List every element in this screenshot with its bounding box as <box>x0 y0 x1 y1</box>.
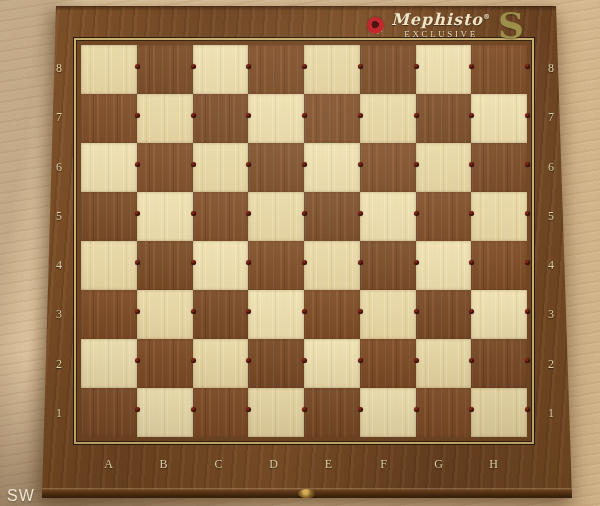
led-dot <box>525 211 530 216</box>
square-c5[interactable] <box>193 192 249 241</box>
led-dot <box>302 358 307 363</box>
led-dot <box>191 113 196 118</box>
square-e7[interactable] <box>304 94 360 143</box>
led-dot <box>525 113 530 118</box>
led-dot <box>302 260 307 265</box>
square-f5[interactable] <box>360 192 416 241</box>
square-c8[interactable] <box>193 45 249 94</box>
rank-label-left-7: 7 <box>44 93 74 142</box>
table-surface: Mephisto® EXCLUSIVE S 87654321 87654321 … <box>0 0 600 506</box>
mephisto-badge-icon <box>367 17 384 34</box>
latch-knob <box>298 489 316 498</box>
square-c7[interactable] <box>193 94 249 143</box>
square-g8[interactable] <box>416 45 472 94</box>
file-label-b: B <box>136 456 191 472</box>
square-h1[interactable] <box>471 388 527 437</box>
led-dot <box>469 64 474 69</box>
led-dot <box>358 64 363 69</box>
square-e2[interactable] <box>304 339 360 388</box>
led-dot <box>246 162 251 167</box>
square-h3[interactable] <box>471 290 527 339</box>
square-e5[interactable] <box>304 192 360 241</box>
led-dot <box>302 211 307 216</box>
led-dot <box>358 211 363 216</box>
led-dot <box>525 358 530 363</box>
led-dot <box>358 260 363 265</box>
rank-label-right-3: 3 <box>536 290 566 339</box>
led-dot <box>358 162 363 167</box>
square-g6[interactable] <box>416 143 472 192</box>
led-dot <box>358 309 363 314</box>
mephisto-logo: Mephisto® EXCLUSIVE S <box>367 10 524 41</box>
square-c6[interactable] <box>193 143 249 192</box>
led-dot <box>135 211 140 216</box>
square-c1[interactable] <box>193 388 249 437</box>
led-dot <box>525 260 530 265</box>
led-dot <box>469 407 474 412</box>
led-dot <box>191 309 196 314</box>
square-a4[interactable] <box>81 241 137 290</box>
square-c4[interactable] <box>193 241 249 290</box>
square-d7[interactable] <box>248 94 304 143</box>
led-dot <box>414 64 419 69</box>
led-dot <box>469 211 474 216</box>
watermark: SW <box>7 487 35 505</box>
square-e1[interactable] <box>304 388 360 437</box>
square-b4[interactable] <box>137 241 193 290</box>
square-c2[interactable] <box>193 339 249 388</box>
square-b6[interactable] <box>137 143 193 192</box>
square-g3[interactable] <box>416 290 472 339</box>
square-h6[interactable] <box>471 143 527 192</box>
square-b7[interactable] <box>137 94 193 143</box>
square-a1[interactable] <box>81 388 137 437</box>
rank-labels-left: 87654321 <box>44 44 74 438</box>
led-dot <box>302 64 307 69</box>
rank-label-left-2: 2 <box>44 340 74 389</box>
rank-label-left-3: 3 <box>44 290 74 339</box>
led-dot <box>191 211 196 216</box>
brand-word: Mephisto <box>391 10 483 29</box>
led-dot <box>414 211 419 216</box>
led-dot <box>469 113 474 118</box>
rank-label-right-7: 7 <box>536 93 566 142</box>
square-a8[interactable] <box>81 45 137 94</box>
led-dot <box>246 113 251 118</box>
board-frame: Mephisto® EXCLUSIVE S 87654321 87654321 … <box>42 6 572 498</box>
square-f6[interactable] <box>360 143 416 192</box>
led-dot <box>414 113 419 118</box>
square-e4[interactable] <box>304 241 360 290</box>
square-a3[interactable] <box>81 290 137 339</box>
led-dot <box>191 162 196 167</box>
square-g5[interactable] <box>416 192 472 241</box>
square-f1[interactable] <box>360 388 416 437</box>
led-dot <box>358 358 363 363</box>
led-dot <box>414 407 419 412</box>
square-b3[interactable] <box>137 290 193 339</box>
square-h7[interactable] <box>471 94 527 143</box>
square-a7[interactable] <box>81 94 137 143</box>
square-f2[interactable] <box>360 339 416 388</box>
series-letter: S <box>498 10 524 41</box>
led-dot <box>191 64 196 69</box>
square-h8[interactable] <box>471 45 527 94</box>
led-dot <box>525 64 530 69</box>
led-dot <box>191 260 196 265</box>
led-dot <box>414 260 419 265</box>
square-g1[interactable] <box>416 388 472 437</box>
led-dot <box>135 309 140 314</box>
rank-label-left-5: 5 <box>44 192 74 241</box>
rank-label-right-5: 5 <box>536 192 566 241</box>
file-label-h: H <box>466 456 521 472</box>
rank-label-right-4: 4 <box>536 241 566 290</box>
square-d6[interactable] <box>248 143 304 192</box>
square-g4[interactable] <box>416 241 472 290</box>
square-h5[interactable] <box>471 192 527 241</box>
rank-label-right-6: 6 <box>536 143 566 192</box>
led-dot <box>525 309 530 314</box>
led-dot <box>358 407 363 412</box>
rank-label-left-4: 4 <box>44 241 74 290</box>
square-d5[interactable] <box>248 192 304 241</box>
led-dot <box>135 260 140 265</box>
square-d3[interactable] <box>248 290 304 339</box>
rank-labels-right: 87654321 <box>536 44 566 438</box>
brand-text: Mephisto® EXCLUSIVE <box>391 12 491 39</box>
led-dot <box>469 358 474 363</box>
led-dot <box>191 358 196 363</box>
file-label-d: D <box>246 456 301 472</box>
brand-line2: EXCLUSIVE <box>404 30 477 39</box>
square-d4[interactable] <box>248 241 304 290</box>
square-g7[interactable] <box>416 94 472 143</box>
led-dot <box>302 113 307 118</box>
led-dot <box>469 260 474 265</box>
led-dot <box>135 407 140 412</box>
led-dot <box>246 358 251 363</box>
led-dot <box>302 309 307 314</box>
led-dot <box>414 309 419 314</box>
led-dot <box>246 211 251 216</box>
rank-label-right-2: 2 <box>536 340 566 389</box>
led-dot <box>246 309 251 314</box>
led-dot <box>525 162 530 167</box>
file-label-c: C <box>191 456 246 472</box>
rank-label-left-6: 6 <box>44 143 74 192</box>
chess-board: Mephisto® EXCLUSIVE S 87654321 87654321 … <box>42 6 572 498</box>
square-b1[interactable] <box>137 388 193 437</box>
inlay-gap <box>76 40 532 442</box>
square-e6[interactable] <box>304 143 360 192</box>
file-label-a: A <box>81 456 136 472</box>
led-dot <box>358 113 363 118</box>
led-dot <box>246 407 251 412</box>
led-dot <box>414 358 419 363</box>
rank-label-left-8: 8 <box>44 44 74 93</box>
led-dot <box>135 358 140 363</box>
rank-label-left-1: 1 <box>44 389 74 438</box>
square-c3[interactable] <box>193 290 249 339</box>
square-g2[interactable] <box>416 339 472 388</box>
square-f8[interactable] <box>360 45 416 94</box>
square-b2[interactable] <box>137 339 193 388</box>
file-label-f: F <box>356 456 411 472</box>
led-dot <box>525 407 530 412</box>
rank-label-right-1: 1 <box>536 389 566 438</box>
led-dot <box>135 64 140 69</box>
square-d2[interactable] <box>248 339 304 388</box>
square-b5[interactable] <box>137 192 193 241</box>
registered-mark: ® <box>483 11 491 20</box>
led-dot <box>469 309 474 314</box>
square-h4[interactable] <box>471 241 527 290</box>
file-labels-bottom: ABCDEFGH <box>81 456 521 472</box>
square-b8[interactable] <box>137 45 193 94</box>
led-dot <box>135 113 140 118</box>
file-label-e: E <box>301 456 356 472</box>
square-f3[interactable] <box>360 290 416 339</box>
square-a2[interactable] <box>81 339 137 388</box>
square-h2[interactable] <box>471 339 527 388</box>
square-e3[interactable] <box>304 290 360 339</box>
led-dot <box>246 260 251 265</box>
led-dot <box>246 64 251 69</box>
led-dot <box>414 162 419 167</box>
square-d1[interactable] <box>248 388 304 437</box>
led-dot <box>469 162 474 167</box>
led-dot <box>302 407 307 412</box>
square-a6[interactable] <box>81 143 137 192</box>
square-a5[interactable] <box>81 192 137 241</box>
led-dot <box>135 162 140 167</box>
file-label-g: G <box>411 456 466 472</box>
inlay-pinstripe <box>73 37 535 445</box>
led-dot <box>191 407 196 412</box>
rank-label-right-8: 8 <box>536 44 566 93</box>
square-d8[interactable] <box>248 45 304 94</box>
square-f7[interactable] <box>360 94 416 143</box>
squares-grid <box>81 45 527 437</box>
square-e8[interactable] <box>304 45 360 94</box>
brand-name: Mephisto® <box>391 12 491 28</box>
led-dot <box>302 162 307 167</box>
square-f4[interactable] <box>360 241 416 290</box>
